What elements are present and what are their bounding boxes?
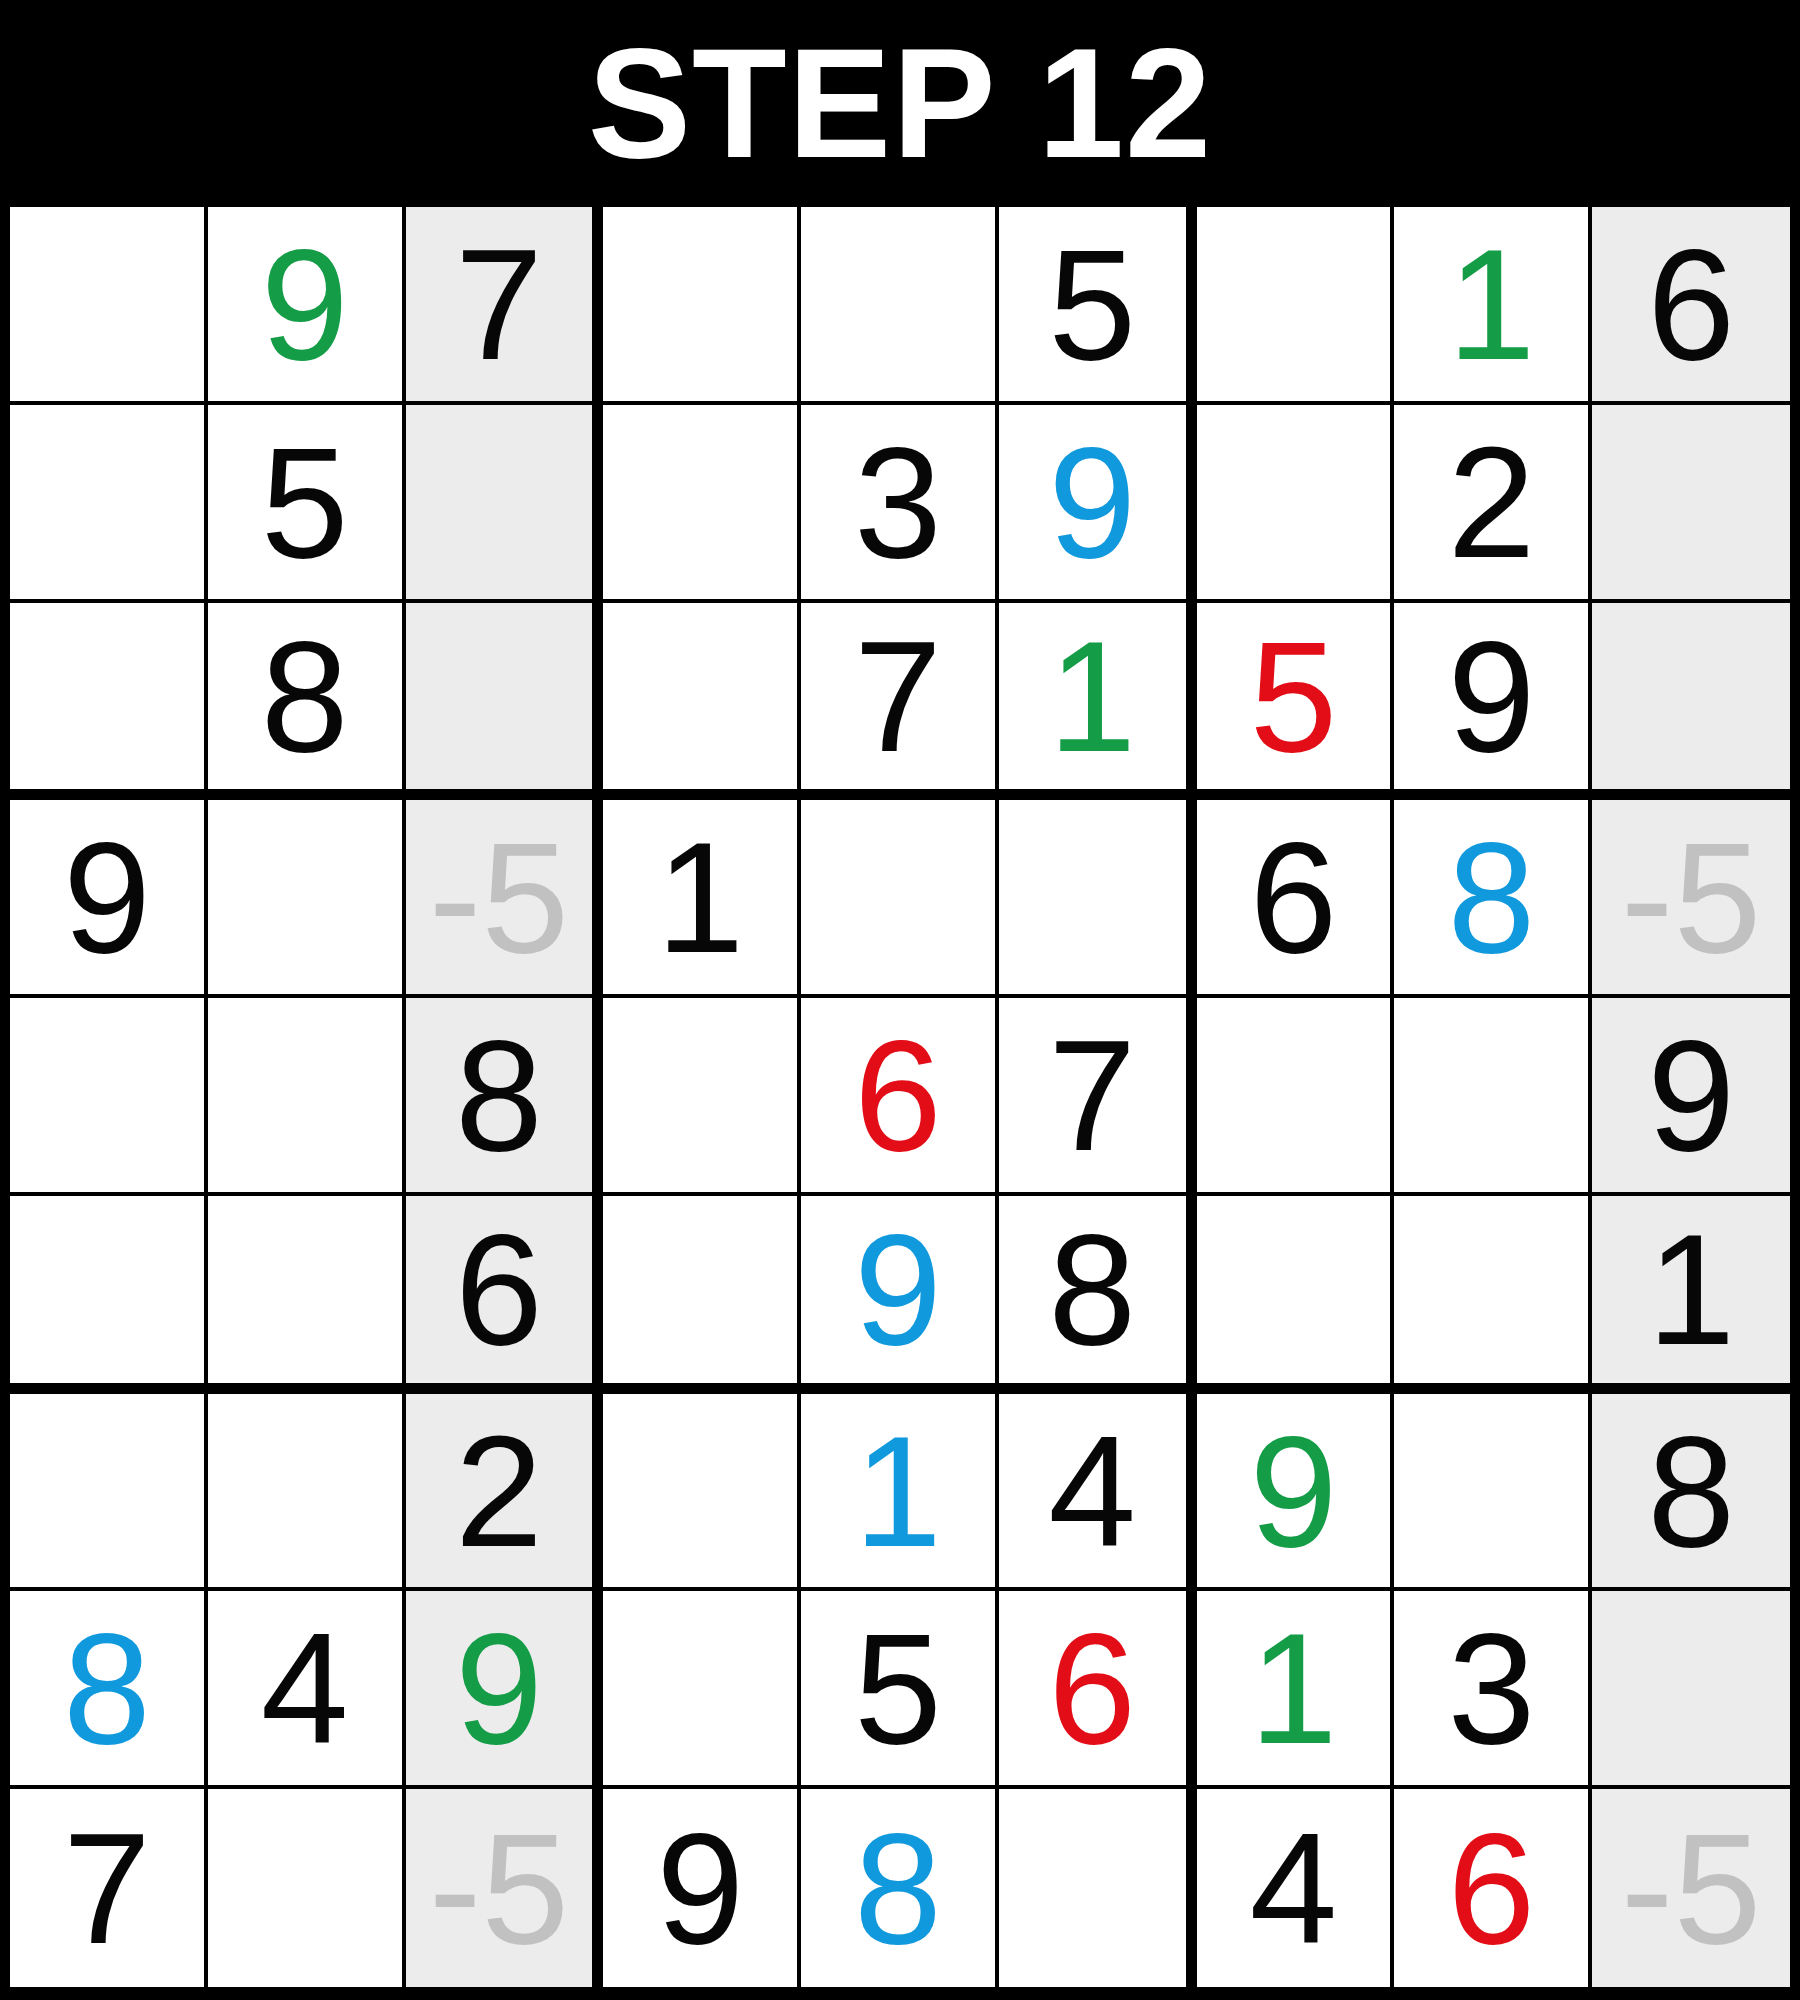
cell-r8c8[interactable]: 3 — [1394, 1591, 1592, 1789]
cell-r4c7[interactable]: 6 — [1197, 800, 1395, 998]
cell-r2c3[interactable] — [406, 405, 604, 603]
cell-r7c7[interactable]: 9 — [1197, 1394, 1395, 1592]
cell-r5c1[interactable] — [10, 998, 208, 1196]
cell-r7c4[interactable] — [603, 1394, 801, 1592]
header-bar: STEP 12 — [0, 0, 1800, 207]
cell-r1c2[interactable]: 9 — [208, 207, 406, 405]
cell-r7c6[interactable]: 4 — [999, 1394, 1197, 1592]
cell-r5c9[interactable]: 9 — [1592, 998, 1790, 1196]
cell-r9c2[interactable] — [208, 1789, 406, 1987]
cell-r8c4[interactable] — [603, 1591, 801, 1789]
cell-r1c1[interactable] — [10, 207, 208, 405]
cell-r4c2[interactable] — [208, 800, 406, 998]
cell-r4c4[interactable]: 1 — [603, 800, 801, 998]
cell-r2c9[interactable] — [1592, 405, 1790, 603]
cell-r9c5[interactable]: 8 — [801, 1789, 999, 1987]
cell-r1c4[interactable] — [603, 207, 801, 405]
cell-r2c2[interactable]: 5 — [208, 405, 406, 603]
cell-r7c5[interactable]: 1 — [801, 1394, 999, 1592]
cell-r3c1[interactable] — [10, 603, 208, 801]
cell-r3c4[interactable] — [603, 603, 801, 801]
cell-r8c5[interactable]: 5 — [801, 1591, 999, 1789]
cell-r1c9[interactable]: 6 — [1592, 207, 1790, 405]
cell-r7c3[interactable]: 2 — [406, 1394, 604, 1592]
cell-r9c4[interactable]: 9 — [603, 1789, 801, 1987]
cell-r7c1[interactable] — [10, 1394, 208, 1592]
cell-r2c7[interactable] — [1197, 405, 1395, 603]
cell-r9c1[interactable]: 7 — [10, 1789, 208, 1987]
sudoku-board: 975165392871599-5168-5867969812149884956… — [0, 207, 1800, 2000]
cell-r7c2[interactable] — [208, 1394, 406, 1592]
cell-r4c6[interactable] — [999, 800, 1197, 998]
cell-r1c6[interactable]: 5 — [999, 207, 1197, 405]
cell-r6c4[interactable] — [603, 1196, 801, 1394]
cell-r2c6[interactable]: 9 — [999, 405, 1197, 603]
cell-r9c9[interactable]: -5 — [1592, 1789, 1790, 1987]
cell-r4c9[interactable]: -5 — [1592, 800, 1790, 998]
cell-r6c9[interactable]: 1 — [1592, 1196, 1790, 1394]
cell-r4c1[interactable]: 9 — [10, 800, 208, 998]
cell-r7c8[interactable] — [1394, 1394, 1592, 1592]
cell-r1c5[interactable] — [801, 207, 999, 405]
cell-r5c5[interactable]: 6 — [801, 998, 999, 1196]
cell-r6c7[interactable] — [1197, 1196, 1395, 1394]
cell-r8c1[interactable]: 8 — [10, 1591, 208, 1789]
cell-r1c3[interactable]: 7 — [406, 207, 604, 405]
cell-r6c6[interactable]: 8 — [999, 1196, 1197, 1394]
cell-r3c7[interactable]: 5 — [1197, 603, 1395, 801]
cell-r4c8[interactable]: 8 — [1394, 800, 1592, 998]
cell-r3c8[interactable]: 9 — [1394, 603, 1592, 801]
cell-r6c2[interactable] — [208, 1196, 406, 1394]
cell-r4c3[interactable]: -5 — [406, 800, 604, 998]
cell-r8c6[interactable]: 6 — [999, 1591, 1197, 1789]
cell-r1c8[interactable]: 1 — [1394, 207, 1592, 405]
cell-r5c8[interactable] — [1394, 998, 1592, 1196]
cell-r3c3[interactable] — [406, 603, 604, 801]
cell-r2c1[interactable] — [10, 405, 208, 603]
cell-r9c6[interactable] — [999, 1789, 1197, 1987]
cell-r5c4[interactable] — [603, 998, 801, 1196]
cell-r8c9[interactable] — [1592, 1591, 1790, 1789]
cell-r9c7[interactable]: 4 — [1197, 1789, 1395, 1987]
cell-r3c9[interactable] — [1592, 603, 1790, 801]
cell-r5c3[interactable]: 8 — [406, 998, 604, 1196]
cell-r8c2[interactable]: 4 — [208, 1591, 406, 1789]
cell-r5c2[interactable] — [208, 998, 406, 1196]
page-title: STEP 12 — [588, 26, 1213, 181]
cell-r5c6[interactable]: 7 — [999, 998, 1197, 1196]
cell-r3c6[interactable]: 1 — [999, 603, 1197, 801]
cell-r2c8[interactable]: 2 — [1394, 405, 1592, 603]
cell-r6c1[interactable] — [10, 1196, 208, 1394]
cell-r3c5[interactable]: 7 — [801, 603, 999, 801]
cell-r6c8[interactable] — [1394, 1196, 1592, 1394]
cell-r6c3[interactable]: 6 — [406, 1196, 604, 1394]
cell-r6c5[interactable]: 9 — [801, 1196, 999, 1394]
cell-r9c3[interactable]: -5 — [406, 1789, 604, 1987]
cell-r4c5[interactable] — [801, 800, 999, 998]
cell-r7c9[interactable]: 8 — [1592, 1394, 1790, 1592]
cell-r1c7[interactable] — [1197, 207, 1395, 405]
cell-r2c4[interactable] — [603, 405, 801, 603]
cell-r8c3[interactable]: 9 — [406, 1591, 604, 1789]
cell-r5c7[interactable] — [1197, 998, 1395, 1196]
cell-r2c5[interactable]: 3 — [801, 405, 999, 603]
cell-r8c7[interactable]: 1 — [1197, 1591, 1395, 1789]
cell-r3c2[interactable]: 8 — [208, 603, 406, 801]
cell-r9c8[interactable]: 6 — [1394, 1789, 1592, 1987]
